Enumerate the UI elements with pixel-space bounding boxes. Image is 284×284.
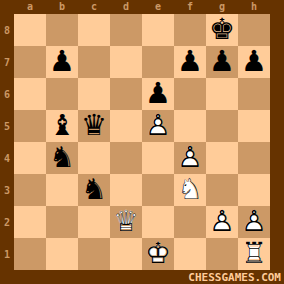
square-h6: [238, 78, 270, 110]
black-pawn-b7: ♟: [46, 46, 78, 78]
square-g1: [206, 238, 238, 270]
black-knight-c3: ♞: [78, 174, 110, 206]
square-e8: [142, 14, 174, 46]
white-knight-f3: ♞♘: [174, 174, 206, 206]
black-piece-glyph: ♚: [209, 15, 235, 44]
square-d6: [110, 78, 142, 110]
square-c3: ♞: [78, 174, 110, 206]
file-label-c: c: [78, 0, 110, 14]
square-d1: [110, 238, 142, 270]
file-label-h: h: [238, 0, 270, 14]
square-e1: ♚♔: [142, 238, 174, 270]
square-b5: ♝: [46, 110, 78, 142]
square-f1: [174, 238, 206, 270]
black-piece-glyph: ♞: [81, 175, 107, 204]
file-label-e: e: [142, 0, 174, 14]
rank-label-7: 7: [0, 46, 14, 78]
square-b2: [46, 206, 78, 238]
black-king-g8: ♚: [206, 14, 238, 46]
square-h3: [238, 174, 270, 206]
square-a6: [14, 78, 46, 110]
square-e6: ♟: [142, 78, 174, 110]
square-e3: [142, 174, 174, 206]
square-c7: [78, 46, 110, 78]
black-pawn-f7: ♟: [174, 46, 206, 78]
rank-label-5: 5: [0, 110, 14, 142]
square-d8: [110, 14, 142, 46]
square-e2: [142, 206, 174, 238]
square-b1: [46, 238, 78, 270]
square-a2: [14, 206, 46, 238]
square-e4: [142, 142, 174, 174]
square-d7: [110, 46, 142, 78]
black-bishop-b5: ♝: [46, 110, 78, 142]
square-b3: [46, 174, 78, 206]
square-h7: ♟: [238, 46, 270, 78]
black-piece-glyph: ♛: [81, 111, 107, 140]
rank-label-6: 6: [0, 78, 14, 110]
black-piece-glyph: ♟: [177, 47, 203, 76]
black-piece-glyph: ♝: [49, 111, 75, 140]
rank-label-8: 8: [0, 14, 14, 46]
square-g2: ♟♙: [206, 206, 238, 238]
file-label-b: b: [46, 0, 78, 14]
white-piece-outline: ♙: [177, 143, 203, 172]
square-g3: [206, 174, 238, 206]
square-a7: [14, 46, 46, 78]
file-label-a: a: [14, 0, 46, 14]
rank-label-1: 1: [0, 238, 14, 270]
square-b7: ♟: [46, 46, 78, 78]
square-g4: [206, 142, 238, 174]
white-pawn-e5: ♟♙: [142, 110, 174, 142]
square-b6: [46, 78, 78, 110]
square-b8: [46, 14, 78, 46]
white-piece-outline: ♘: [177, 175, 203, 204]
black-pawn-e6: ♟: [142, 78, 174, 110]
square-a5: [14, 110, 46, 142]
square-c5: ♛: [78, 110, 110, 142]
black-pawn-g7: ♟: [206, 46, 238, 78]
square-e7: [142, 46, 174, 78]
white-pawn-h2: ♟♙: [238, 206, 270, 238]
black-piece-glyph: ♞: [49, 143, 75, 172]
square-g7: ♟: [206, 46, 238, 78]
white-pawn-g2: ♟♙: [206, 206, 238, 238]
white-piece-outline: ♙: [241, 207, 267, 236]
square-c2: [78, 206, 110, 238]
rank-label-2: 2: [0, 206, 14, 238]
square-e5: ♟♙: [142, 110, 174, 142]
square-d5: [110, 110, 142, 142]
square-d4: [110, 142, 142, 174]
square-a3: [14, 174, 46, 206]
black-knight-b4: ♞: [46, 142, 78, 174]
square-h2: ♟♙: [238, 206, 270, 238]
square-f4: ♟♙: [174, 142, 206, 174]
white-piece-outline: ♕: [113, 207, 139, 236]
square-f6: [174, 78, 206, 110]
square-h5: [238, 110, 270, 142]
square-c1: [78, 238, 110, 270]
square-f8: [174, 14, 206, 46]
square-d2: ♛♕: [110, 206, 142, 238]
square-g8: ♚: [206, 14, 238, 46]
square-d3: [110, 174, 142, 206]
white-piece-outline: ♖: [241, 239, 267, 268]
square-b4: ♞: [46, 142, 78, 174]
chessgames-watermark: CHESSGAMES.COM: [188, 270, 281, 284]
square-h1: ♜♖: [238, 238, 270, 270]
square-h8: [238, 14, 270, 46]
black-piece-glyph: ♟: [145, 79, 171, 108]
black-pawn-h7: ♟: [238, 46, 270, 78]
square-f7: ♟: [174, 46, 206, 78]
rank-label-4: 4: [0, 142, 14, 174]
white-piece-outline: ♙: [145, 111, 171, 140]
chess-diagram: abcdefgh 87654321 ♚♟♟♟♟♟♝♛♟♙♞♟♙♞♞♘♛♕♟♙♟♙…: [0, 0, 284, 284]
square-c6: [78, 78, 110, 110]
white-piece-outline: ♔: [145, 239, 171, 268]
black-piece-glyph: ♟: [241, 47, 267, 76]
white-rook-h1: ♜♖: [238, 238, 270, 270]
square-f5: [174, 110, 206, 142]
square-f2: [174, 206, 206, 238]
rank-labels-column: 87654321: [0, 14, 14, 270]
file-label-f: f: [174, 0, 206, 14]
white-king-e1: ♚♔: [142, 238, 174, 270]
black-queen-c5: ♛: [78, 110, 110, 142]
white-queen-d2: ♛♕: [110, 206, 142, 238]
square-a1: [14, 238, 46, 270]
square-a4: [14, 142, 46, 174]
square-c8: [78, 14, 110, 46]
black-piece-glyph: ♟: [49, 47, 75, 76]
square-f3: ♞♘: [174, 174, 206, 206]
white-piece-outline: ♙: [209, 207, 235, 236]
black-piece-glyph: ♟: [209, 47, 235, 76]
chess-board: ♚♟♟♟♟♟♝♛♟♙♞♟♙♞♞♘♛♕♟♙♟♙♚♔♜♖: [14, 14, 270, 270]
square-a8: [14, 14, 46, 46]
square-g5: [206, 110, 238, 142]
square-g6: [206, 78, 238, 110]
white-pawn-f4: ♟♙: [174, 142, 206, 174]
file-label-d: d: [110, 0, 142, 14]
square-c4: [78, 142, 110, 174]
rank-label-3: 3: [0, 174, 14, 206]
square-h4: [238, 142, 270, 174]
